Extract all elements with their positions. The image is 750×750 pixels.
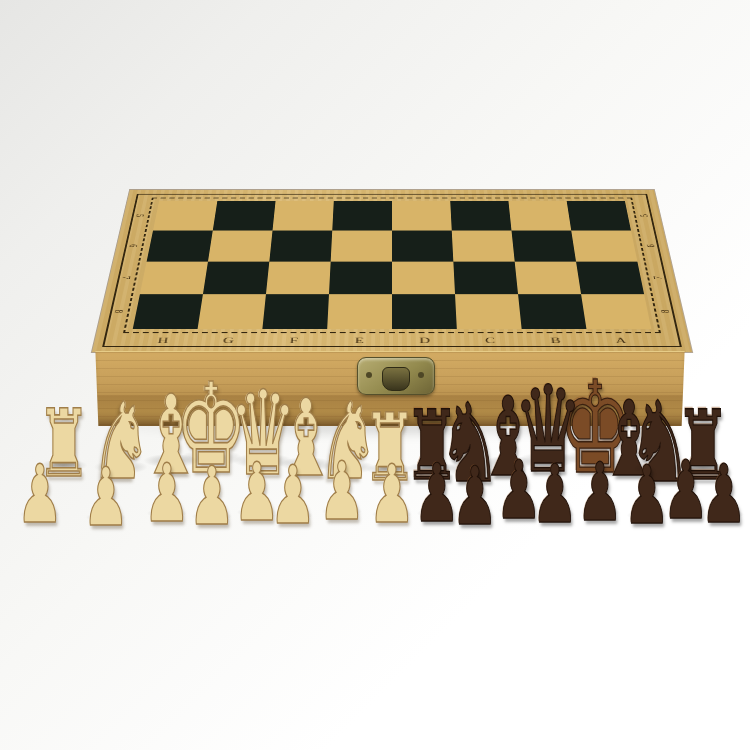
square-e6[interactable] xyxy=(331,231,392,262)
board-top-face: HGFEDCBA 5678 5678 xyxy=(92,190,692,352)
square-d8[interactable] xyxy=(392,294,457,329)
rank-label-8: 8 xyxy=(86,306,152,316)
square-f7[interactable] xyxy=(266,262,331,295)
file-label-f: F xyxy=(261,336,327,345)
square-g5[interactable] xyxy=(213,201,276,230)
square-f6[interactable] xyxy=(269,231,332,262)
white-pawn[interactable]: ♟ xyxy=(16,455,63,536)
black-pawn[interactable]: ♟ xyxy=(531,455,578,536)
board-squares-grid xyxy=(133,201,651,329)
black-pawn[interactable]: ♟ xyxy=(700,455,747,536)
square-d5[interactable] xyxy=(392,201,452,230)
scene: HGFEDCBA 5678 5678 ♜♞♝♚♛♝♞♜♟♟♟♟♟♟♟♟♜♞♝♛♚… xyxy=(0,0,750,750)
rank-label-8: 8 xyxy=(632,306,698,316)
white-pawn[interactable]: ♟ xyxy=(188,457,235,538)
square-g8[interactable] xyxy=(198,294,266,329)
white-pawn[interactable]: ♟ xyxy=(318,452,365,533)
square-e7[interactable] xyxy=(329,262,392,295)
rank-label-6: 6 xyxy=(102,241,165,250)
square-d6[interactable] xyxy=(392,231,453,262)
white-pawn[interactable]: ♟ xyxy=(368,455,415,536)
square-e5[interactable] xyxy=(332,201,392,230)
rank-label-5: 5 xyxy=(109,211,170,220)
square-d7[interactable] xyxy=(392,262,455,295)
square-b7[interactable] xyxy=(515,262,581,295)
square-b6[interactable] xyxy=(511,231,576,262)
square-c6[interactable] xyxy=(452,231,515,262)
file-label-b: B xyxy=(522,336,589,345)
square-e8[interactable] xyxy=(327,294,392,329)
square-g7[interactable] xyxy=(203,262,269,295)
square-c5[interactable] xyxy=(450,201,511,230)
white-pawn[interactable]: ♟ xyxy=(82,458,129,539)
rank-label-5: 5 xyxy=(614,211,675,220)
white-pawn[interactable]: ♟ xyxy=(269,456,316,537)
square-b8[interactable] xyxy=(518,294,586,329)
file-label-c: C xyxy=(457,336,523,345)
square-g6[interactable] xyxy=(208,231,273,262)
file-label-h: H xyxy=(129,336,196,345)
file-label-d: D xyxy=(392,336,458,345)
black-pawn[interactable]: ♟ xyxy=(623,456,670,537)
file-label-a: A xyxy=(588,336,655,345)
square-c8[interactable] xyxy=(455,294,522,329)
square-f5[interactable] xyxy=(273,201,334,230)
board-box-lid: HGFEDCBA 5678 5678 xyxy=(92,190,692,352)
white-pawn[interactable]: ♟ xyxy=(143,454,190,535)
rank-label-7: 7 xyxy=(94,273,158,283)
file-labels: HGFEDCBA xyxy=(129,336,654,345)
square-f8[interactable] xyxy=(262,294,329,329)
rank-label-7: 7 xyxy=(626,273,690,283)
file-label-e: E xyxy=(326,336,392,345)
black-pawn[interactable]: ♟ xyxy=(576,453,623,534)
file-label-g: G xyxy=(195,336,262,345)
square-c7[interactable] xyxy=(453,262,518,295)
black-pawn[interactable]: ♟ xyxy=(451,457,498,538)
rank-label-6: 6 xyxy=(619,241,682,250)
square-b5[interactable] xyxy=(508,201,571,230)
